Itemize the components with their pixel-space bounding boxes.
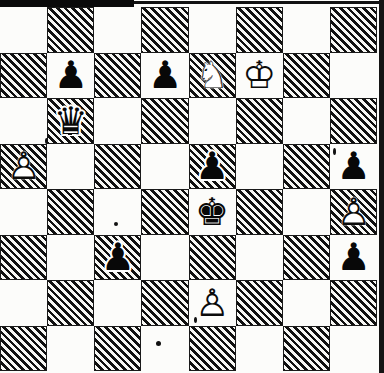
piece-white-king[interactable]: ♚♔ <box>242 56 276 94</box>
square-g7[interactable] <box>283 53 330 99</box>
square-d3[interactable] <box>141 235 188 281</box>
square-b8[interactable] <box>47 7 94 53</box>
square-a7[interactable] <box>0 53 47 99</box>
piece-black-pawn[interactable]: ♟ <box>148 56 182 94</box>
square-d1[interactable] <box>141 326 188 372</box>
square-a5[interactable]: ♟♙ <box>0 144 47 190</box>
square-a6[interactable] <box>0 98 47 144</box>
square-a4[interactable] <box>0 189 47 235</box>
white-pawn-outline: ♙ <box>195 281 229 325</box>
square-f3[interactable] <box>236 235 283 281</box>
square-e6[interactable] <box>189 98 236 144</box>
square-e5[interactable]: ♟ <box>189 144 236 190</box>
square-c6[interactable] <box>94 98 141 144</box>
square-b3[interactable] <box>47 235 94 281</box>
square-h6[interactable] <box>330 98 377 144</box>
square-f5[interactable] <box>236 144 283 190</box>
square-g2[interactable] <box>283 280 330 326</box>
square-c8[interactable] <box>94 7 141 53</box>
square-h1[interactable] <box>330 326 377 372</box>
square-e3[interactable] <box>189 235 236 281</box>
ink-speck <box>156 341 161 346</box>
square-f2[interactable] <box>236 280 283 326</box>
square-c4[interactable] <box>94 189 141 235</box>
square-b7[interactable]: ♟ <box>47 53 94 99</box>
square-f6[interactable] <box>236 98 283 144</box>
piece-black-queen[interactable]: ♛ <box>54 102 88 140</box>
square-g5[interactable] <box>283 144 330 190</box>
square-f8[interactable] <box>236 7 283 53</box>
square-a2[interactable] <box>0 280 47 326</box>
square-c5[interactable] <box>94 144 141 190</box>
square-e8[interactable] <box>189 7 236 53</box>
white-king-outline: ♔ <box>242 53 276 97</box>
square-d8[interactable] <box>141 7 188 53</box>
square-g4[interactable] <box>283 189 330 235</box>
white-pawn-outline: ♙ <box>7 144 41 188</box>
square-h2[interactable] <box>330 280 377 326</box>
square-b5[interactable] <box>47 144 94 190</box>
square-c3[interactable]: ♟ <box>94 235 141 281</box>
square-b1[interactable] <box>47 326 94 372</box>
square-e1[interactable] <box>189 326 236 372</box>
square-h4[interactable]: ♟♙ <box>330 189 377 235</box>
piece-white-knight[interactable]: ♞♘ <box>195 56 229 94</box>
square-g6[interactable] <box>283 98 330 144</box>
piece-black-pawn[interactable]: ♟ <box>101 238 135 276</box>
piece-black-pawn[interactable]: ♟ <box>54 56 88 94</box>
square-f4[interactable] <box>236 189 283 235</box>
piece-black-pawn[interactable]: ♟ <box>336 238 370 276</box>
square-b2[interactable] <box>47 280 94 326</box>
board-border-top-heavy <box>0 0 134 7</box>
square-d7[interactable]: ♟ <box>141 53 188 99</box>
board-border-right <box>379 0 384 373</box>
piece-white-pawn[interactable]: ♟♙ <box>195 284 229 322</box>
ink-speck <box>45 138 48 144</box>
piece-black-king[interactable]: ♚ <box>195 193 229 231</box>
square-h7[interactable] <box>330 53 377 99</box>
square-h3[interactable]: ♟ <box>330 235 377 281</box>
square-c1[interactable] <box>94 326 141 372</box>
square-a8[interactable] <box>0 7 47 53</box>
piece-white-pawn[interactable]: ♟♙ <box>7 147 41 185</box>
piece-white-pawn[interactable]: ♟♙ <box>336 193 370 231</box>
square-a1[interactable] <box>0 326 47 372</box>
square-a3[interactable] <box>0 235 47 281</box>
square-c2[interactable] <box>94 280 141 326</box>
square-h8[interactable] <box>330 7 377 53</box>
piece-black-pawn[interactable]: ♟ <box>336 147 370 185</box>
square-b6[interactable]: ♛ <box>47 98 94 144</box>
square-g1[interactable] <box>283 326 330 372</box>
square-d4[interactable] <box>141 189 188 235</box>
square-d6[interactable] <box>141 98 188 144</box>
square-h5[interactable]: ♟ <box>330 144 377 190</box>
square-e7[interactable]: ♞♘ <box>189 53 236 99</box>
chess-diagram-scan: ♟♟♞♘♚♔♛♟♙♟♟♚♟♙♟♟♟♙ <box>0 0 384 373</box>
piece-black-pawn[interactable]: ♟ <box>195 147 229 185</box>
white-knight-outline: ♘ <box>195 53 229 97</box>
square-g3[interactable] <box>283 235 330 281</box>
square-e4[interactable]: ♚ <box>189 189 236 235</box>
square-b4[interactable] <box>47 189 94 235</box>
square-f7[interactable]: ♚♔ <box>236 53 283 99</box>
square-e2[interactable]: ♟♙ <box>189 280 236 326</box>
square-g8[interactable] <box>283 7 330 53</box>
chess-board: ♟♟♞♘♚♔♛♟♙♟♟♚♟♙♟♟♟♙ <box>0 7 377 371</box>
square-f1[interactable] <box>236 326 283 372</box>
white-pawn-outline: ♙ <box>336 190 370 234</box>
ink-speck <box>114 222 118 226</box>
square-d2[interactable] <box>141 280 188 326</box>
square-c7[interactable] <box>94 53 141 99</box>
square-d5[interactable] <box>141 144 188 190</box>
